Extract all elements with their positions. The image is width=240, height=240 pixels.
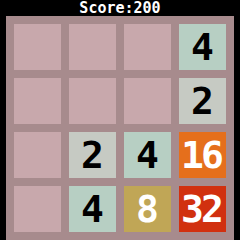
tile-4-r3c3: 4 (124, 132, 171, 178)
tile-4-r4c2: 4 (69, 186, 116, 232)
empty-cell-r1c2 (69, 24, 116, 70)
empty-cell-r2c2 (69, 78, 116, 124)
tile-32-r4c4: 32 (179, 186, 226, 232)
tile-2-r3c2: 2 (69, 132, 116, 178)
tile-8-r4c3: 8 (124, 186, 171, 232)
tile-2-r2c4: 2 (179, 78, 226, 124)
score-bar: Score:200 (0, 0, 240, 16)
board[interactable]: 4224164832 (6, 16, 234, 240)
empty-cell-r3c1 (14, 132, 61, 178)
empty-cell-r4c1 (14, 186, 61, 232)
empty-cell-r2c3 (124, 78, 171, 124)
score-label: Score:200 (79, 0, 160, 16)
game-screen: Score:200 4224164832 (0, 0, 240, 240)
empty-cell-r2c1 (14, 78, 61, 124)
empty-cell-r1c3 (124, 24, 171, 70)
tile-4-r1c4: 4 (179, 24, 226, 70)
empty-cell-r1c1 (14, 24, 61, 70)
tile-16-r3c4: 16 (179, 132, 226, 178)
